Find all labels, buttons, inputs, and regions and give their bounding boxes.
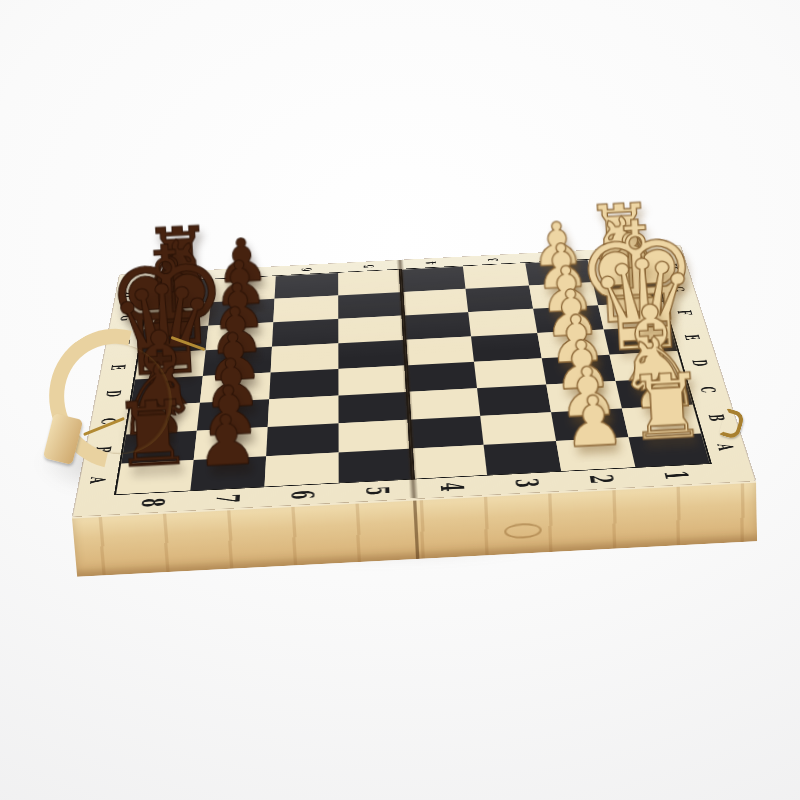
- square-B6[interactable]: [266, 423, 338, 456]
- square-C4[interactable]: [408, 388, 480, 419]
- label-far-5: 5: [362, 264, 377, 268]
- wood-knot: [504, 522, 542, 539]
- label-near-2: 2: [583, 474, 619, 484]
- square-A2[interactable]: ♟: [556, 437, 635, 471]
- square-G3[interactable]: [466, 285, 534, 312]
- square-D3[interactable]: [474, 358, 546, 388]
- label-right-A: A: [713, 443, 739, 451]
- square-A5[interactable]: [339, 449, 413, 483]
- square-G5[interactable]: [338, 292, 403, 319]
- front-hinge-gap: [413, 501, 419, 560]
- label-near-4: 4: [434, 482, 469, 493]
- square-E6[interactable]: [271, 343, 339, 372]
- square-F6[interactable]: [272, 319, 338, 347]
- label-near-3: 3: [508, 478, 543, 488]
- clasp-hook: [719, 408, 746, 440]
- square-F3[interactable]: [468, 309, 537, 337]
- square-A1[interactable]: ♜: [629, 433, 710, 467]
- square-A6[interactable]: [265, 452, 339, 486]
- label-far-4: 4: [424, 261, 439, 265]
- square-B4[interactable]: [409, 416, 483, 449]
- square-E5[interactable]: [338, 340, 406, 369]
- label-near-8: 8: [134, 497, 169, 508]
- square-A4[interactable]: [411, 445, 487, 479]
- square-E3[interactable]: [471, 333, 542, 362]
- piece-white-rook[interactable]: ♜: [625, 361, 709, 454]
- brass-clasp[interactable]: [716, 406, 748, 442]
- square-B5[interactable]: [339, 420, 412, 453]
- handle-end-cap: [43, 413, 83, 465]
- scene: ♜♟♟♜♞♟♟♞♝♟♟♝♚♟♟♚♛♟♟♛♝♟♟♝♞♟♟♞♜♟♟♜ 8765432…: [0, 0, 800, 800]
- square-H6[interactable]: [275, 273, 339, 299]
- label-far-6: 6: [300, 268, 315, 272]
- label-far-3: 3: [486, 258, 501, 262]
- square-F5[interactable]: [338, 316, 404, 344]
- square-G6[interactable]: [273, 295, 338, 322]
- square-D6[interactable]: [269, 369, 338, 399]
- piece-white-pawn[interactable]: ♟: [561, 385, 627, 457]
- square-G4[interactable]: [402, 289, 468, 316]
- square-D5[interactable]: [338, 365, 407, 395]
- square-C3[interactable]: [477, 385, 551, 416]
- label-near-5: 5: [359, 486, 393, 497]
- square-A7[interactable]: ♟: [190, 456, 266, 490]
- label-near-6: 6: [284, 490, 318, 501]
- square-C6[interactable]: [268, 396, 339, 428]
- square-C5[interactable]: [338, 392, 409, 423]
- square-B3[interactable]: [480, 412, 556, 445]
- square-A3[interactable]: [484, 441, 562, 475]
- piece-black-pawn[interactable]: ♟: [194, 404, 260, 476]
- square-D4[interactable]: [406, 362, 477, 392]
- label-near-7: 7: [209, 494, 244, 505]
- square-F4[interactable]: [403, 312, 471, 340]
- carry-handle[interactable]: [46, 326, 196, 462]
- square-E4[interactable]: [405, 336, 474, 365]
- label-left-A: A: [86, 476, 111, 484]
- label-near-1: 1: [657, 470, 693, 480]
